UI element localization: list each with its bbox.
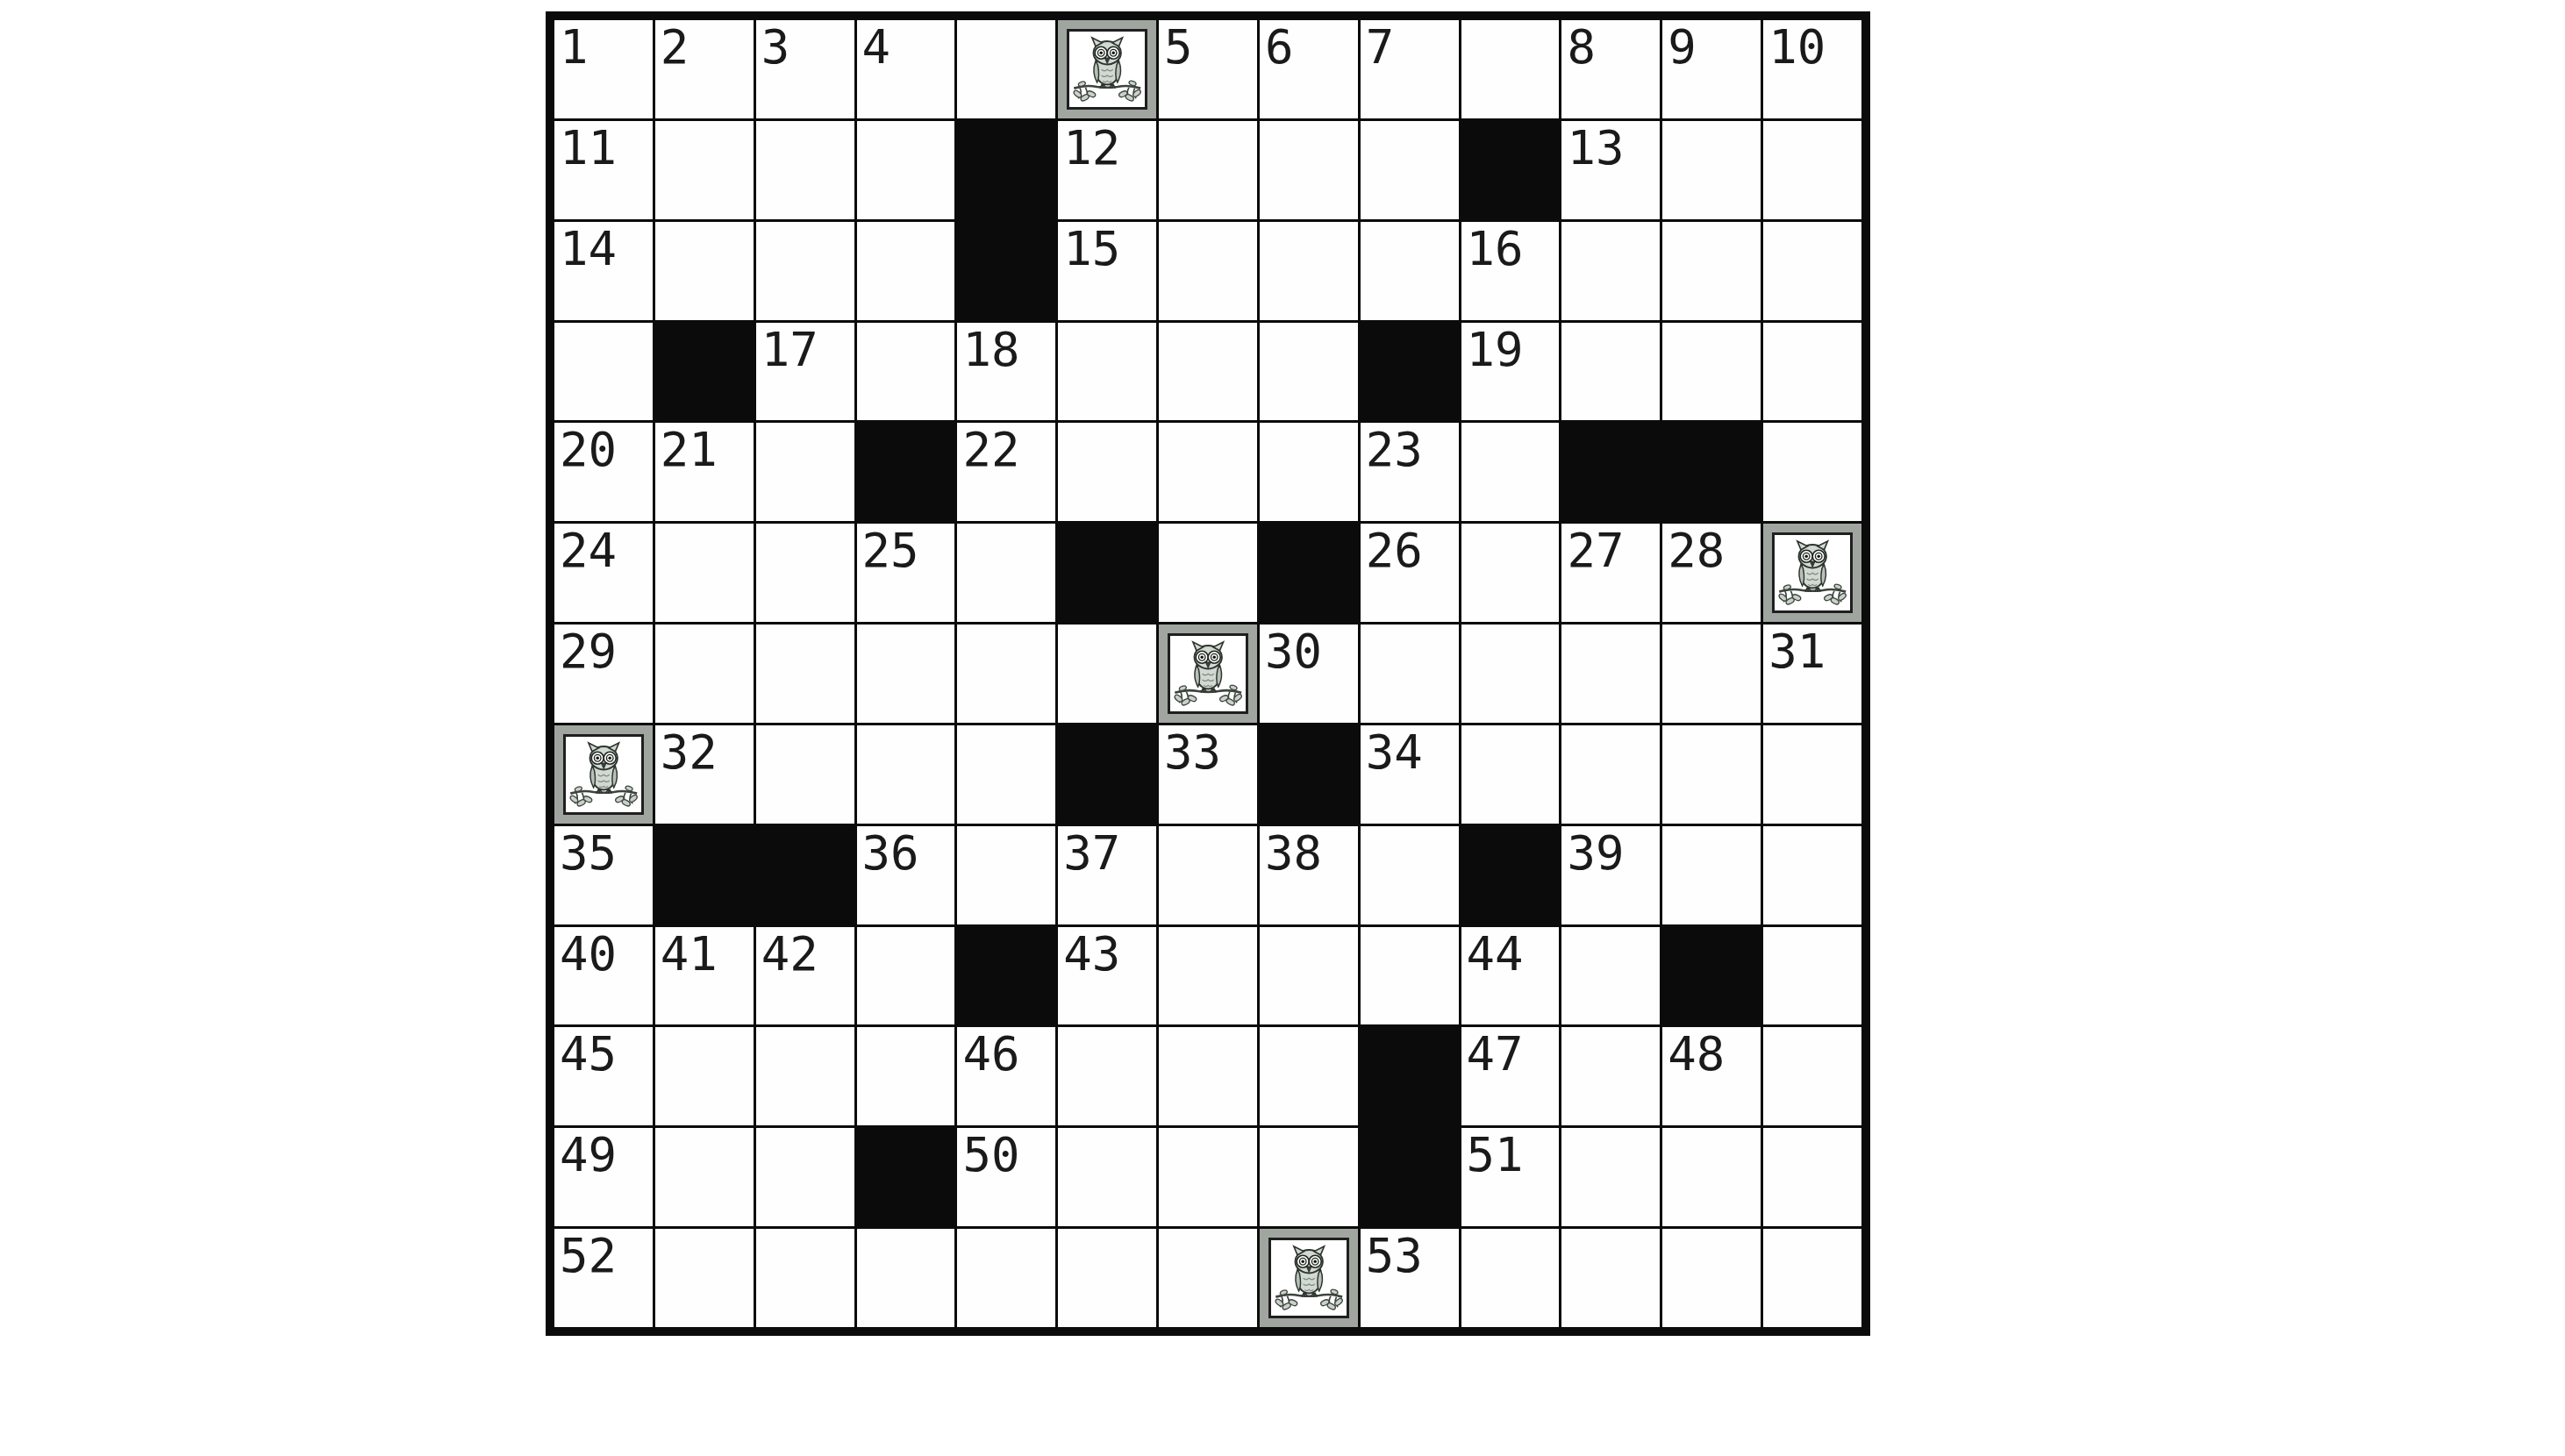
cell-r2c4[interactable]: [857, 121, 955, 219]
cell-r11c13[interactable]: [1763, 1027, 1861, 1125]
cell-r13c4[interactable]: [857, 1229, 955, 1327]
cell-r13c13[interactable]: [1763, 1229, 1861, 1327]
cell-r4c5[interactable]: 18: [957, 323, 1055, 421]
clue-number: 20: [554, 423, 653, 474]
cell-r5c8[interactable]: [1260, 423, 1358, 521]
cell-r13c5[interactable]: [957, 1229, 1055, 1327]
cell-r6c12[interactable]: 28: [1662, 524, 1761, 622]
cell-r11c10[interactable]: 47: [1461, 1027, 1560, 1125]
cell-r10c8[interactable]: [1260, 927, 1358, 1025]
clue-number: 48: [1662, 1027, 1761, 1078]
cell-r8c4[interactable]: [857, 725, 955, 824]
cell-r7c1[interactable]: 29: [554, 625, 653, 723]
cell-r4c13[interactable]: [1763, 323, 1861, 421]
cell-r12c13[interactable]: [1763, 1128, 1861, 1226]
clue-number: 19: [1461, 323, 1560, 374]
page-background: 1234567891011121314151617181920212223242…: [0, 0, 2565, 1456]
clue-number: 45: [554, 1027, 653, 1078]
clue-number: 15: [1058, 222, 1156, 273]
owl-icon: [568, 739, 639, 810]
clue-number: 41: [655, 927, 754, 978]
cell-r9c5[interactable]: [957, 826, 1055, 924]
cell-r1c12[interactable]: 9: [1662, 20, 1761, 118]
cell-r8c7[interactable]: 33: [1159, 725, 1257, 824]
blocked-cell-r5c4: [857, 423, 955, 521]
clue-number: 26: [1361, 524, 1459, 575]
clue-number: 7: [1361, 20, 1459, 71]
cell-r3c4[interactable]: [857, 222, 955, 320]
owl-icon: [1172, 638, 1244, 710]
cell-r11c11[interactable]: [1561, 1027, 1660, 1125]
clue-number: 11: [554, 121, 653, 172]
cell-r8c5[interactable]: [957, 725, 1055, 824]
cell-r7c6[interactable]: [1058, 625, 1156, 723]
clue-number: 43: [1058, 927, 1156, 978]
cell-r5c13[interactable]: [1763, 423, 1861, 521]
blocked-cell-r9c2: [655, 826, 754, 924]
cell-r6c3[interactable]: [756, 524, 854, 622]
clue-number: 33: [1159, 725, 1257, 776]
cell-r10c6[interactable]: 43: [1058, 927, 1156, 1025]
clue-number: 46: [957, 1027, 1055, 1078]
cell-r1c1[interactable]: 1: [554, 20, 653, 118]
owl-icon: [1273, 1242, 1345, 1314]
clue-number: 39: [1561, 826, 1660, 877]
owl-picture-frame: [563, 734, 644, 815]
cell-r13c1[interactable]: 52: [554, 1229, 653, 1327]
cell-r5c5[interactable]: 22: [957, 423, 1055, 521]
clue-number: 21: [655, 423, 754, 474]
cell-r3c2[interactable]: [655, 222, 754, 320]
cell-r11c8[interactable]: [1260, 1027, 1358, 1125]
cell-r13c6[interactable]: [1058, 1229, 1156, 1327]
cell-r7c4[interactable]: [857, 625, 955, 723]
clue-number: 35: [554, 826, 653, 877]
clue-number: 23: [1361, 423, 1459, 474]
cell-r12c2[interactable]: [655, 1128, 754, 1226]
blocked-cell-r4c9: [1361, 323, 1459, 421]
clue-number: 49: [554, 1128, 653, 1179]
cell-r1c13[interactable]: 10: [1763, 20, 1861, 118]
cell-r7c3[interactable]: [756, 625, 854, 723]
cell-r2c1[interactable]: 11: [554, 121, 653, 219]
cell-r7c5[interactable]: [957, 625, 1055, 723]
clue-number: 9: [1662, 20, 1761, 71]
cell-r10c3[interactable]: 42: [756, 927, 854, 1025]
blocked-cell-r6c6: [1058, 524, 1156, 622]
cell-r3c3[interactable]: [756, 222, 854, 320]
cell-r11c1[interactable]: 45: [554, 1027, 653, 1125]
clue-number: 38: [1260, 826, 1358, 877]
cell-r3c10[interactable]: 16: [1461, 222, 1560, 320]
cell-r4c4[interactable]: [857, 323, 955, 421]
cell-r4c1[interactable]: [554, 323, 653, 421]
cell-r9c6[interactable]: 37: [1058, 826, 1156, 924]
cell-r9c8[interactable]: 38: [1260, 826, 1358, 924]
clue-number: 22: [957, 423, 1055, 474]
clue-number: 53: [1361, 1229, 1459, 1280]
cell-r4c7[interactable]: [1159, 323, 1257, 421]
cell-r3c12[interactable]: [1662, 222, 1761, 320]
clue-number: 18: [957, 323, 1055, 374]
cell-r13c10[interactable]: [1461, 1229, 1560, 1327]
clue-number: 27: [1561, 524, 1660, 575]
cell-r4c11[interactable]: [1561, 323, 1660, 421]
clue-number: 52: [554, 1229, 653, 1280]
cell-r4c3[interactable]: 17: [756, 323, 854, 421]
cell-r6c10[interactable]: [1461, 524, 1560, 622]
cell-r3c13[interactable]: [1763, 222, 1861, 320]
cell-r4c8[interactable]: [1260, 323, 1358, 421]
owl-picture-frame: [1268, 1238, 1349, 1318]
owl-icon: [1776, 537, 1848, 609]
cell-r2c9[interactable]: [1361, 121, 1459, 219]
clue-number: 37: [1058, 826, 1156, 877]
cell-r8c10[interactable]: [1461, 725, 1560, 824]
clue-number: 42: [756, 927, 854, 978]
blocked-cell-r10c5: [957, 927, 1055, 1025]
cell-r1c8[interactable]: 6: [1260, 20, 1358, 118]
cell-r5c10[interactable]: [1461, 423, 1560, 521]
cell-r9c13[interactable]: [1763, 826, 1861, 924]
crossword-grid: 1234567891011121314151617181920212223242…: [546, 11, 1870, 1336]
cell-r5c9[interactable]: 23: [1361, 423, 1459, 521]
cell-r12c10[interactable]: 51: [1461, 1128, 1560, 1226]
cell-r5c3[interactable]: [756, 423, 854, 521]
owl-cell-r6c13: [1763, 524, 1861, 622]
cell-r3c1[interactable]: 14: [554, 222, 653, 320]
cell-r2c8[interactable]: [1260, 121, 1358, 219]
cell-r12c12[interactable]: [1662, 1128, 1761, 1226]
cell-r1c4[interactable]: 4: [857, 20, 955, 118]
cell-r7c9[interactable]: [1361, 625, 1459, 723]
owl-picture-frame: [1772, 532, 1853, 613]
cell-r13c9[interactable]: 53: [1361, 1229, 1459, 1327]
cell-r13c11[interactable]: [1561, 1229, 1660, 1327]
clue-number: 36: [857, 826, 955, 877]
cell-r8c12[interactable]: [1662, 725, 1761, 824]
owl-picture-frame: [1067, 29, 1147, 110]
cell-r6c11[interactable]: 27: [1561, 524, 1660, 622]
clue-number: 2: [655, 20, 754, 71]
owl-cell-r13c8: [1260, 1229, 1358, 1327]
clue-number: 3: [756, 20, 854, 71]
cell-r2c12[interactable]: [1662, 121, 1761, 219]
cell-r5c6[interactable]: [1058, 423, 1156, 521]
cell-r12c1[interactable]: 49: [554, 1128, 653, 1226]
cell-r8c3[interactable]: [756, 725, 854, 824]
cell-r9c11[interactable]: 39: [1561, 826, 1660, 924]
clue-number: 17: [756, 323, 854, 374]
owl-cell-r7c7: [1159, 625, 1257, 723]
cell-r11c4[interactable]: [857, 1027, 955, 1125]
cell-r4c12[interactable]: [1662, 323, 1761, 421]
cell-r7c13[interactable]: 31: [1763, 625, 1861, 723]
clue-number: 44: [1461, 927, 1560, 978]
cell-r11c12[interactable]: 48: [1662, 1027, 1761, 1125]
cell-r7c12[interactable]: [1662, 625, 1761, 723]
cell-r11c3[interactable]: [756, 1027, 854, 1125]
clue-number: 6: [1260, 20, 1358, 71]
cell-r3c8[interactable]: [1260, 222, 1358, 320]
cell-r10c11[interactable]: [1561, 927, 1660, 1025]
blocked-cell-r6c8: [1260, 524, 1358, 622]
cell-r10c2[interactable]: 41: [655, 927, 754, 1025]
blocked-cell-r9c10: [1461, 826, 1560, 924]
cell-r9c12[interactable]: [1662, 826, 1761, 924]
clue-number: 50: [957, 1128, 1055, 1179]
cell-r2c3[interactable]: [756, 121, 854, 219]
blocked-cell-r4c2: [655, 323, 754, 421]
clue-number: 51: [1461, 1128, 1560, 1179]
cell-r10c9[interactable]: [1361, 927, 1459, 1025]
clue-number: 40: [554, 927, 653, 978]
cell-r9c1[interactable]: 35: [554, 826, 653, 924]
cell-r3c7[interactable]: [1159, 222, 1257, 320]
cell-r8c11[interactable]: [1561, 725, 1660, 824]
blocked-cell-r12c9: [1361, 1128, 1459, 1226]
cell-r3c9[interactable]: [1361, 222, 1459, 320]
cell-r7c10[interactable]: [1461, 625, 1560, 723]
cell-r7c8[interactable]: 30: [1260, 625, 1358, 723]
blocked-cell-r3c5: [957, 222, 1055, 320]
cell-r9c9[interactable]: [1361, 826, 1459, 924]
cell-r5c7[interactable]: [1159, 423, 1257, 521]
cell-r11c6[interactable]: [1058, 1027, 1156, 1125]
cell-r6c9[interactable]: 26: [1361, 524, 1459, 622]
cell-r7c11[interactable]: [1561, 625, 1660, 723]
cell-r5c1[interactable]: 20: [554, 423, 653, 521]
blocked-cell-r8c8: [1260, 725, 1358, 824]
cell-r6c2[interactable]: [655, 524, 754, 622]
cell-r12c8[interactable]: [1260, 1128, 1358, 1226]
cell-r2c2[interactable]: [655, 121, 754, 219]
cell-r1c2[interactable]: 2: [655, 20, 754, 118]
cell-r2c13[interactable]: [1763, 121, 1861, 219]
cell-r1c3[interactable]: 3: [756, 20, 854, 118]
cell-r9c4[interactable]: 36: [857, 826, 955, 924]
cell-r11c5[interactable]: 46: [957, 1027, 1055, 1125]
clue-number: 8: [1561, 20, 1660, 71]
clue-number: 31: [1763, 625, 1861, 675]
cell-r11c2[interactable]: [655, 1027, 754, 1125]
cell-r3c6[interactable]: 15: [1058, 222, 1156, 320]
cell-r6c7[interactable]: [1159, 524, 1257, 622]
cell-r10c10[interactable]: 44: [1461, 927, 1560, 1025]
cell-r1c9[interactable]: 7: [1361, 20, 1459, 118]
cell-r10c4[interactable]: [857, 927, 955, 1025]
cell-r10c13[interactable]: [1763, 927, 1861, 1025]
clue-number: 25: [857, 524, 955, 575]
cell-r13c7[interactable]: [1159, 1229, 1257, 1327]
clue-number: 13: [1561, 121, 1660, 172]
cell-r1c5[interactable]: [957, 20, 1055, 118]
cell-r8c2[interactable]: 32: [655, 725, 754, 824]
cell-r12c7[interactable]: [1159, 1128, 1257, 1226]
cell-r6c5[interactable]: [957, 524, 1055, 622]
clue-number: 10: [1763, 20, 1861, 71]
clue-number: 14: [554, 222, 653, 273]
cell-r11c7[interactable]: [1159, 1027, 1257, 1125]
cell-r2c7[interactable]: [1159, 121, 1257, 219]
cell-r10c1[interactable]: 40: [554, 927, 653, 1025]
cell-r12c6[interactable]: [1058, 1128, 1156, 1226]
blocked-cell-r11c9: [1361, 1027, 1459, 1125]
cell-r6c1[interactable]: 24: [554, 524, 653, 622]
cell-r12c11[interactable]: [1561, 1128, 1660, 1226]
cell-r6c4[interactable]: 25: [857, 524, 955, 622]
cell-r4c6[interactable]: [1058, 323, 1156, 421]
cell-r1c7[interactable]: 5: [1159, 20, 1257, 118]
clue-number: 47: [1461, 1027, 1560, 1078]
clue-number: 5: [1159, 20, 1257, 71]
clue-number: 29: [554, 625, 653, 675]
cell-r13c2[interactable]: [655, 1229, 754, 1327]
blocked-cell-r2c5: [957, 121, 1055, 219]
clue-number: 32: [655, 725, 754, 776]
owl-cell-r8c1: [554, 725, 653, 824]
cell-r1c11[interactable]: 8: [1561, 20, 1660, 118]
cell-r9c7[interactable]: [1159, 826, 1257, 924]
clue-number: 16: [1461, 222, 1560, 273]
cell-r12c3[interactable]: [756, 1128, 854, 1226]
cell-r12c5[interactable]: 50: [957, 1128, 1055, 1226]
cell-r2c6[interactable]: 12: [1058, 121, 1156, 219]
blocked-cell-r5c12: [1662, 423, 1761, 521]
cell-r7c2[interactable]: [655, 625, 754, 723]
clue-number: 24: [554, 524, 653, 575]
owl-picture-frame: [1168, 633, 1248, 714]
blocked-cell-r10c12: [1662, 927, 1761, 1025]
cell-r1c10[interactable]: [1461, 20, 1560, 118]
cell-r10c7[interactable]: [1159, 927, 1257, 1025]
blocked-cell-r5c11: [1561, 423, 1660, 521]
blocked-cell-r2c10: [1461, 121, 1560, 219]
cell-r2c11[interactable]: 13: [1561, 121, 1660, 219]
blocked-cell-r12c4: [857, 1128, 955, 1226]
blocked-cell-r9c3: [756, 826, 854, 924]
cell-r13c3[interactable]: [756, 1229, 854, 1327]
clue-number: 30: [1260, 625, 1358, 675]
clue-number: 28: [1662, 524, 1761, 575]
cell-r3c11[interactable]: [1561, 222, 1660, 320]
cell-r13c12[interactable]: [1662, 1229, 1761, 1327]
clue-number: 34: [1361, 725, 1459, 776]
cell-r8c13[interactable]: [1763, 725, 1861, 824]
owl-icon: [1071, 33, 1143, 105]
owl-cell-r1c6: [1058, 20, 1156, 118]
clue-number: 4: [857, 20, 955, 71]
clue-number: 12: [1058, 121, 1156, 172]
clue-number: 1: [554, 20, 653, 71]
blocked-cell-r8c6: [1058, 725, 1156, 824]
cell-r5c2[interactable]: 21: [655, 423, 754, 521]
cell-r4c10[interactable]: 19: [1461, 323, 1560, 421]
cell-r8c9[interactable]: 34: [1361, 725, 1459, 824]
